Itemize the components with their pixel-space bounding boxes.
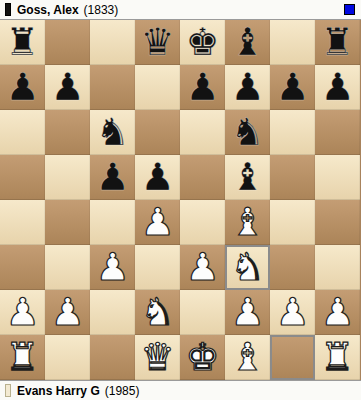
square-b6[interactable] [45, 110, 90, 155]
white-player-color-icon [5, 384, 11, 397]
piece-black-pawn: ♟ [5, 65, 39, 110]
square-f3[interactable]: ♞ [225, 245, 270, 290]
piece-white-bishop: ♝ [230, 200, 264, 245]
square-c8[interactable] [90, 20, 135, 65]
square-g1[interactable] [270, 335, 315, 380]
square-e7[interactable]: ♟ [180, 65, 225, 110]
square-g2[interactable]: ♟ [270, 290, 315, 335]
piece-white-knight: ♞ [140, 290, 174, 335]
piece-black-pawn: ♟ [95, 155, 129, 200]
piece-black-pawn: ♟ [230, 65, 264, 110]
piece-black-knight: ♞ [95, 110, 129, 155]
bottom-player-rating: (1985) [105, 384, 140, 398]
square-b7[interactable]: ♟ [45, 65, 90, 110]
square-e4[interactable] [180, 200, 225, 245]
piece-white-pawn: ♟ [95, 245, 129, 290]
board: ♜♛♚♝♜♟♟♟♟♟♟♞♞♟♟♝♟♝♟♟♞♟♟♞♟♟♟♜♛♚♝♜ [0, 20, 361, 380]
piece-white-pawn: ♟ [185, 245, 219, 290]
chess-game-window: Goss, Alex (1833) ♜♛♚♝♜♟♟♟♟♟♟♞♞♟♟♝♟♝♟♟♞♟… [0, 0, 361, 400]
piece-black-bishop: ♝ [230, 155, 264, 200]
square-e2[interactable] [180, 290, 225, 335]
square-c1[interactable] [90, 335, 135, 380]
square-b4[interactable] [45, 200, 90, 245]
square-d7[interactable] [135, 65, 180, 110]
piece-white-pawn: ♟ [275, 290, 309, 335]
square-h8[interactable]: ♜ [315, 20, 360, 65]
square-d1[interactable]: ♛ [135, 335, 180, 380]
piece-black-pawn: ♟ [275, 65, 309, 110]
square-e8[interactable]: ♚ [180, 20, 225, 65]
square-d3[interactable] [135, 245, 180, 290]
square-g4[interactable] [270, 200, 315, 245]
top-player-rating: (1833) [84, 3, 119, 17]
square-d8[interactable]: ♛ [135, 20, 180, 65]
piece-black-king: ♚ [185, 20, 219, 65]
piece-white-pawn: ♟ [140, 200, 174, 245]
square-f4[interactable]: ♝ [225, 200, 270, 245]
piece-white-bishop: ♝ [230, 335, 264, 380]
square-f5[interactable]: ♝ [225, 155, 270, 200]
square-h4[interactable] [315, 200, 360, 245]
piece-white-pawn: ♟ [320, 290, 354, 335]
square-h7[interactable]: ♟ [315, 65, 360, 110]
square-e5[interactable] [180, 155, 225, 200]
piece-black-pawn: ♟ [320, 65, 354, 110]
piece-black-pawn: ♟ [185, 65, 219, 110]
square-a6[interactable] [0, 110, 45, 155]
piece-black-queen: ♛ [140, 20, 174, 65]
piece-white-knight: ♞ [230, 245, 264, 290]
square-b1[interactable] [45, 335, 90, 380]
square-d6[interactable] [135, 110, 180, 155]
square-g8[interactable] [270, 20, 315, 65]
piece-black-rook: ♜ [320, 20, 354, 65]
piece-white-queen: ♛ [140, 335, 174, 380]
square-a3[interactable] [0, 245, 45, 290]
turn-indicator-icon [344, 4, 355, 15]
square-d4[interactable]: ♟ [135, 200, 180, 245]
square-a8[interactable]: ♜ [0, 20, 45, 65]
square-h6[interactable] [315, 110, 360, 155]
square-a7[interactable]: ♟ [0, 65, 45, 110]
square-b2[interactable]: ♟ [45, 290, 90, 335]
square-c2[interactable] [90, 290, 135, 335]
square-c4[interactable] [90, 200, 135, 245]
bottom-player-bar: Evans Harry G (1985) [0, 380, 361, 400]
square-g5[interactable] [270, 155, 315, 200]
square-a2[interactable]: ♟ [0, 290, 45, 335]
square-h3[interactable] [315, 245, 360, 290]
square-b3[interactable] [45, 245, 90, 290]
square-f2[interactable]: ♟ [225, 290, 270, 335]
piece-black-pawn: ♟ [50, 65, 84, 110]
piece-black-pawn: ♟ [140, 155, 174, 200]
square-f1[interactable]: ♝ [225, 335, 270, 380]
top-player-name: Goss, Alex [17, 3, 79, 17]
square-f8[interactable]: ♝ [225, 20, 270, 65]
square-h5[interactable] [315, 155, 360, 200]
square-d2[interactable]: ♞ [135, 290, 180, 335]
square-a1[interactable]: ♜ [0, 335, 45, 380]
square-f6[interactable]: ♞ [225, 110, 270, 155]
piece-white-pawn: ♟ [50, 290, 84, 335]
piece-black-bishop: ♝ [230, 20, 264, 65]
square-b5[interactable] [45, 155, 90, 200]
square-a5[interactable] [0, 155, 45, 200]
square-f7[interactable]: ♟ [225, 65, 270, 110]
square-c7[interactable] [90, 65, 135, 110]
square-e6[interactable] [180, 110, 225, 155]
square-g6[interactable] [270, 110, 315, 155]
piece-black-rook: ♜ [5, 20, 39, 65]
piece-white-pawn: ♟ [230, 290, 264, 335]
square-c5[interactable]: ♟ [90, 155, 135, 200]
piece-white-king: ♚ [185, 335, 219, 380]
square-g3[interactable] [270, 245, 315, 290]
square-c3[interactable]: ♟ [90, 245, 135, 290]
piece-black-knight: ♞ [230, 110, 264, 155]
square-e1[interactable]: ♚ [180, 335, 225, 380]
black-player-color-icon [5, 3, 11, 16]
piece-white-rook: ♜ [320, 335, 354, 380]
square-b8[interactable] [45, 20, 90, 65]
bottom-player-name: Evans Harry G [17, 384, 100, 398]
piece-white-rook: ♜ [5, 335, 39, 380]
piece-white-pawn: ♟ [5, 290, 39, 335]
square-h1[interactable]: ♜ [315, 335, 360, 380]
square-c6[interactable]: ♞ [90, 110, 135, 155]
square-a4[interactable] [0, 200, 45, 245]
square-g7[interactable]: ♟ [270, 65, 315, 110]
square-d5[interactable]: ♟ [135, 155, 180, 200]
square-e3[interactable]: ♟ [180, 245, 225, 290]
top-player-bar: Goss, Alex (1833) [0, 0, 361, 20]
square-h2[interactable]: ♟ [315, 290, 360, 335]
